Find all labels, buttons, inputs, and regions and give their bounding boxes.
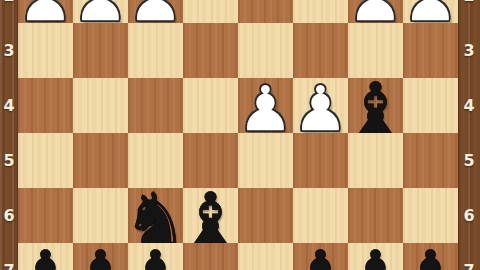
square-a6[interactable] — [403, 188, 458, 243]
square-f3[interactable] — [128, 23, 183, 78]
square-d3[interactable] — [238, 23, 293, 78]
square-f4[interactable] — [128, 78, 183, 133]
square-e6[interactable]: ♝ — [183, 188, 238, 243]
white-pawn[interactable]: ♟ — [292, 77, 349, 141]
square-c6[interactable] — [293, 188, 348, 243]
square-a3[interactable] — [403, 23, 458, 78]
square-g7[interactable]: ♟ — [73, 243, 128, 270]
rank-label-7-left: 7 — [0, 243, 18, 270]
square-b2[interactable]: ♟ — [348, 0, 403, 23]
square-a2[interactable]: ♟ — [403, 0, 458, 23]
square-c5[interactable] — [293, 133, 348, 188]
black-pawn[interactable]: ♟ — [127, 242, 184, 270]
square-d2[interactable] — [238, 0, 293, 23]
square-d4[interactable]: ♟ — [238, 78, 293, 133]
black-pawn[interactable]: ♟ — [402, 242, 459, 270]
rank-coordinates-right: 234567 — [458, 0, 480, 270]
rank-label-3-left: 3 — [0, 23, 18, 78]
square-c4[interactable]: ♟ — [293, 78, 348, 133]
square-d7[interactable] — [238, 243, 293, 270]
square-f6[interactable]: ♞ — [128, 188, 183, 243]
square-e7[interactable] — [183, 243, 238, 270]
rank-label-7-right: 7 — [458, 243, 480, 270]
square-f7[interactable]: ♟ — [128, 243, 183, 270]
square-h3[interactable] — [18, 23, 73, 78]
square-d6[interactable] — [238, 188, 293, 243]
black-pawn[interactable]: ♟ — [347, 242, 404, 270]
square-b7[interactable]: ♟ — [348, 243, 403, 270]
square-c2[interactable] — [293, 0, 348, 23]
square-g2[interactable]: ♟ — [73, 0, 128, 23]
square-a7[interactable]: ♟ — [403, 243, 458, 270]
square-e4[interactable] — [183, 78, 238, 133]
square-a5[interactable] — [403, 133, 458, 188]
square-a4[interactable] — [403, 78, 458, 133]
rank-label-6-right: 6 — [458, 188, 480, 243]
white-pawn[interactable]: ♟ — [237, 77, 294, 141]
square-b4[interactable]: ♝ — [348, 78, 403, 133]
rank-label-4-left: 4 — [0, 78, 18, 133]
black-pawn[interactable]: ♟ — [292, 242, 349, 270]
square-g5[interactable] — [73, 133, 128, 188]
square-h2[interactable]: ♟ — [18, 0, 73, 23]
rank-label-6-left: 6 — [0, 188, 18, 243]
square-c7[interactable]: ♟ — [293, 243, 348, 270]
square-g3[interactable] — [73, 23, 128, 78]
black-pawn[interactable]: ♟ — [17, 242, 74, 270]
rank-label-3-right: 3 — [458, 23, 480, 78]
black-pawn[interactable]: ♟ — [72, 242, 129, 270]
square-b5[interactable] — [348, 133, 403, 188]
square-d5[interactable] — [238, 133, 293, 188]
rank-label-5-right: 5 — [458, 133, 480, 188]
rank-label-4-right: 4 — [458, 78, 480, 133]
square-h5[interactable] — [18, 133, 73, 188]
square-e3[interactable] — [183, 23, 238, 78]
square-c3[interactable] — [293, 23, 348, 78]
square-b6[interactable] — [348, 188, 403, 243]
rank-label-5-left: 5 — [0, 133, 18, 188]
square-g4[interactable] — [73, 78, 128, 133]
chessboard-viewport: ♟♟♟♟♟♟♟♝♞♝♟♟♟♟♟♟ 234567 234567 — [0, 0, 480, 270]
square-h7[interactable]: ♟ — [18, 243, 73, 270]
square-e2[interactable] — [183, 0, 238, 23]
square-h6[interactable] — [18, 188, 73, 243]
square-g6[interactable] — [73, 188, 128, 243]
square-h4[interactable] — [18, 78, 73, 133]
rank-label-2-left: 2 — [0, 0, 18, 23]
square-f2[interactable]: ♟ — [128, 0, 183, 23]
rank-coordinates-left: 234567 — [0, 0, 18, 270]
chess-board: ♟♟♟♟♟♟♟♝♞♝♟♟♟♟♟♟ — [18, 0, 458, 270]
rank-label-2-right: 2 — [458, 0, 480, 23]
